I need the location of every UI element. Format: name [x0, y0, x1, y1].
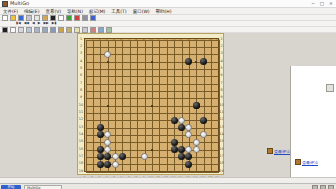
coord-left-label: 13	[79, 125, 84, 129]
nav-button-1[interactable]: ◀◀	[24, 21, 29, 26]
grid-line-horizontal	[86, 172, 219, 173]
black-stone-15-18[interactable]	[185, 161, 192, 168]
taskbar-app-button[interactable]: MultiGo	[24, 185, 62, 189]
coord-left-label: 3	[79, 51, 84, 55]
tree-icon[interactable]	[66, 15, 72, 21]
menu-item-3[interactable]: 导航(N)	[67, 9, 83, 14]
menu-item-0[interactable]: 文件(F)	[3, 9, 18, 14]
panel-collapse-button[interactable]	[326, 84, 334, 92]
coord-top-label: 6	[118, 38, 124, 42]
white-stone-16-15[interactable]	[193, 139, 200, 146]
coord-right-label: 1	[219, 37, 224, 41]
black-stone-4-18[interactable]	[104, 161, 111, 168]
black-stone-3-14[interactable]	[97, 131, 104, 138]
black-stone-15-4[interactable]	[185, 58, 192, 65]
coord-left-label: 15	[79, 139, 84, 143]
black-stone-3-13[interactable]	[97, 124, 104, 131]
menu-item-5[interactable]: 工具(T)	[111, 9, 126, 14]
coord-top-label: 7	[126, 38, 132, 42]
coord-right-label: 12	[219, 117, 224, 121]
black-stone-15-17[interactable]	[185, 153, 192, 160]
panel-note-label[interactable]: 查看评论	[302, 160, 318, 165]
coord-right-label: 11	[219, 110, 224, 114]
white-stone-9-17[interactable]	[141, 153, 148, 160]
setup-icon[interactable]	[98, 27, 104, 33]
note-icon	[267, 148, 273, 154]
coord-top-label: 9	[141, 38, 147, 42]
menu-item-4[interactable]: 标记(M)	[89, 9, 105, 14]
black-stone-6-17[interactable]	[119, 153, 126, 160]
print-icon[interactable]	[26, 15, 32, 21]
minimize-button[interactable]: ─	[310, 0, 316, 7]
settings-icon[interactable]	[82, 15, 88, 21]
coord-top-label: 2	[89, 38, 95, 42]
coord-left-label: 11	[79, 110, 84, 114]
white-stone-icon[interactable]	[58, 15, 64, 21]
white-stone-4-14[interactable]	[104, 131, 111, 138]
panel-note[interactable]: 查看评论	[295, 159, 318, 165]
coord-left-label: 17	[79, 154, 84, 158]
coord-right-label: 7	[219, 81, 224, 85]
black-stone-3-17[interactable]	[97, 153, 104, 160]
hoshi-point	[107, 105, 109, 107]
white-stone-4-16[interactable]	[104, 146, 111, 153]
coord-top-label: 14	[178, 38, 184, 42]
coord-right-label: 2	[219, 44, 224, 48]
coord-left-label: 2	[79, 44, 84, 48]
coord-left-label: 1	[79, 37, 84, 41]
start-button[interactable]: 开始	[1, 185, 21, 189]
coord-right-label: 15	[219, 139, 224, 143]
erase-icon[interactable]	[18, 27, 24, 33]
black-stone-3-16[interactable]	[97, 146, 104, 153]
label-a-icon[interactable]	[58, 27, 64, 33]
taskbar: 开始 MultiGo	[0, 183, 336, 189]
coord-right-label: 3	[219, 51, 224, 55]
white-stone-5-17[interactable]	[112, 153, 119, 160]
coord-left-label: 6	[79, 73, 84, 77]
side-panel: 查看评论	[291, 66, 336, 189]
nav-button-4[interactable]: ▶▶	[43, 21, 48, 26]
hoshi-point	[151, 105, 153, 107]
white-stone-17-14[interactable]	[200, 131, 207, 138]
save-icon[interactable]	[18, 15, 24, 21]
close-button[interactable]: ×	[328, 0, 334, 7]
coord-top-label: 12	[163, 38, 169, 42]
black-stone-17-4[interactable]	[200, 58, 207, 65]
coord-right-label: 5	[219, 66, 224, 70]
open-folder-icon[interactable]	[10, 15, 16, 21]
menu-item-6[interactable]: 窗口(W)	[133, 9, 150, 14]
white-stone-16-16[interactable]	[193, 146, 200, 153]
white-stone-4-15[interactable]	[104, 139, 111, 146]
white-stone-15-13[interactable]	[185, 124, 192, 131]
black-stone-13-16[interactable]	[171, 146, 178, 153]
coord-left-label: 19	[79, 169, 84, 173]
coord-right-label: 9	[219, 95, 224, 99]
white-stone-15-16[interactable]	[185, 146, 192, 153]
nav-button-2[interactable]: ◀	[32, 21, 35, 26]
hoshi-point	[151, 149, 153, 151]
grid-line-horizontal	[86, 128, 219, 129]
triangle-mark-icon[interactable]	[26, 27, 32, 33]
grid-line-vertical	[159, 40, 160, 172]
black-stone-icon[interactable]	[50, 15, 56, 21]
help-icon[interactable]	[90, 15, 96, 21]
workspace: 1122334455667788991010111112121313141415…	[0, 33, 336, 177]
menu-item-2[interactable]: 查看(V)	[45, 9, 61, 14]
coord-top-label: 15	[185, 38, 191, 42]
coord-left-label: 5	[79, 66, 84, 70]
coord-left-label: 8	[79, 88, 84, 92]
screen: MultiGo ─ □ × 文件(F)编辑(E)查看(V)导航(N)标记(M)工…	[0, 0, 336, 189]
white-stone-5-18[interactable]	[112, 161, 119, 168]
coord-right-label: 14	[219, 132, 224, 136]
coord-top-label: 4	[104, 38, 110, 42]
board-note-label[interactable]: 查看评论	[274, 149, 290, 154]
board-grid[interactable]	[84, 38, 219, 172]
play-black-icon[interactable]	[2, 27, 8, 33]
copy-icon[interactable]	[34, 15, 40, 21]
black-stone-14-17[interactable]	[178, 153, 185, 160]
app-icon	[2, 1, 8, 7]
grid-line-vertical	[167, 40, 168, 172]
coord-right-label: 6	[219, 73, 224, 77]
go-board[interactable]: 1122334455667788991010111112121313141415…	[77, 33, 224, 175]
input-method-icon[interactable]	[328, 185, 334, 189]
black-stone-14-13[interactable]	[178, 124, 185, 131]
maximize-button[interactable]: □	[319, 0, 325, 7]
coord-left-label: 12	[79, 117, 84, 121]
title-bar: MultiGo ─ □ ×	[0, 0, 336, 8]
pass-icon[interactable]	[82, 27, 88, 33]
circle-mark-icon[interactable]	[42, 27, 48, 33]
nav-button-5[interactable]: ▶▮	[52, 21, 57, 26]
menu-item-1[interactable]: 编辑(E)	[24, 9, 39, 14]
coord-right-label: 18	[219, 161, 224, 165]
black-stone-4-17[interactable]	[104, 153, 111, 160]
coord-left-label: 16	[79, 147, 84, 151]
black-stone-13-12[interactable]	[171, 117, 178, 124]
coord-top-label: 11	[155, 38, 161, 42]
white-stone-4-3[interactable]	[104, 51, 111, 58]
coord-left-label: 10	[79, 103, 84, 107]
play-white-icon[interactable]	[10, 27, 16, 33]
comment-icon[interactable]	[74, 27, 80, 33]
delete-node-icon[interactable]	[90, 27, 96, 33]
coord-top-label: 10	[148, 38, 154, 42]
coord-right-label: 19	[219, 169, 224, 173]
label-1-icon[interactable]	[66, 27, 72, 33]
system-tray	[312, 185, 334, 189]
coord-left-label: 7	[79, 81, 84, 85]
rotate-icon[interactable]	[106, 27, 112, 33]
black-stone-16-10[interactable]	[193, 102, 200, 109]
square-mark-icon[interactable]	[34, 27, 40, 33]
grid-line-vertical	[211, 40, 212, 172]
coord-left-label: 18	[79, 161, 84, 165]
black-stone-14-16[interactable]	[178, 146, 185, 153]
coord-top-label: 8	[133, 38, 139, 42]
grid-line-horizontal	[86, 113, 219, 114]
network-icon[interactable]	[320, 185, 326, 189]
board-note[interactable]: 查看评论	[267, 148, 290, 154]
coord-top-label: 13	[170, 38, 176, 42]
comment-marker-icon	[295, 159, 301, 165]
nav-button-3[interactable]: ▶	[38, 21, 41, 26]
coord-right-label: 8	[219, 88, 224, 92]
coord-top-label: 3	[96, 38, 102, 42]
coord-right-label: 4	[219, 59, 224, 63]
coord-right-label: 17	[219, 154, 224, 158]
coord-left-label: 9	[79, 95, 84, 99]
coord-top-label: 5	[111, 38, 117, 42]
coord-right-label: 13	[219, 125, 224, 129]
hoshi-point	[151, 61, 153, 63]
black-stone-13-15[interactable]	[171, 139, 178, 146]
coord-right-label: 16	[219, 147, 224, 151]
coord-left-label: 4	[79, 59, 84, 63]
black-stone-3-18[interactable]	[97, 161, 104, 168]
new-file-icon[interactable]	[2, 15, 8, 21]
nav-button-0[interactable]: ▮◀	[16, 21, 21, 26]
coord-top-label: 17	[200, 38, 206, 42]
white-stone-15-14[interactable]	[185, 131, 192, 138]
coord-left-label: 14	[79, 132, 84, 136]
black-stone-17-12[interactable]	[200, 117, 207, 124]
white-stone-14-12[interactable]	[178, 117, 185, 124]
coord-top-label: 16	[192, 38, 198, 42]
coord-right-label: 10	[219, 103, 224, 107]
window-title: MultiGo	[10, 0, 29, 7]
grid-line-horizontal	[86, 120, 219, 121]
cross-mark-icon[interactable]	[50, 27, 56, 33]
coord-top-label: 18	[207, 38, 213, 42]
volume-icon[interactable]	[312, 185, 318, 189]
board-icon[interactable]	[42, 15, 48, 21]
menu-item-7[interactable]: 帮助(H)	[156, 9, 172, 14]
hoshi-point	[107, 61, 109, 63]
info-icon[interactable]	[74, 15, 80, 21]
